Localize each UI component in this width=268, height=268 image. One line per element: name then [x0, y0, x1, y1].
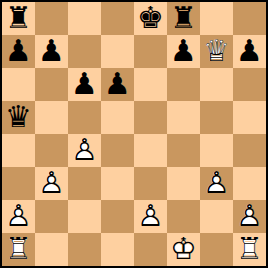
piece-white-queen[interactable]: ♛♕	[200, 35, 233, 68]
square-d5[interactable]	[101, 101, 134, 134]
square-a6[interactable]	[2, 68, 35, 101]
white-piece-outline: ♙	[68, 134, 101, 167]
square-e4[interactable]	[134, 134, 167, 167]
white-piece-outline: ♙	[200, 167, 233, 200]
square-g7[interactable]: ♛♕	[200, 35, 233, 68]
piece-black-king[interactable]: ♚	[134, 2, 167, 35]
square-f6[interactable]	[167, 68, 200, 101]
square-f4[interactable]	[167, 134, 200, 167]
square-c8[interactable]	[68, 2, 101, 35]
square-c4[interactable]: ♟♙	[68, 134, 101, 167]
square-e2[interactable]: ♟♙	[134, 200, 167, 233]
square-f5[interactable]	[167, 101, 200, 134]
square-h5[interactable]	[233, 101, 266, 134]
square-c6[interactable]: ♟	[68, 68, 101, 101]
square-d6[interactable]: ♟	[101, 68, 134, 101]
square-b5[interactable]	[35, 101, 68, 134]
white-piece-outline: ♙	[35, 167, 68, 200]
chess-board: ♜♚♜♟♟♟♛♕♟♟♟♛♟♙♟♙♟♙♟♙♟♙♟♙♜♖♚♔♜♖	[0, 0, 268, 268]
square-g1[interactable]	[200, 233, 233, 266]
square-d4[interactable]	[101, 134, 134, 167]
piece-white-rook[interactable]: ♜♖	[233, 233, 266, 266]
square-g2[interactable]	[200, 200, 233, 233]
square-h6[interactable]	[233, 68, 266, 101]
piece-black-rook[interactable]: ♜	[167, 2, 200, 35]
square-g3[interactable]: ♟♙	[200, 167, 233, 200]
square-e1[interactable]	[134, 233, 167, 266]
square-d1[interactable]	[101, 233, 134, 266]
square-a2[interactable]: ♟♙	[2, 200, 35, 233]
square-b7[interactable]: ♟	[35, 35, 68, 68]
square-b1[interactable]	[35, 233, 68, 266]
square-b8[interactable]	[35, 2, 68, 35]
white-piece-outline: ♕	[200, 35, 233, 68]
square-b6[interactable]	[35, 68, 68, 101]
square-a7[interactable]: ♟	[2, 35, 35, 68]
white-piece-outline: ♙	[233, 200, 266, 233]
square-d2[interactable]	[101, 200, 134, 233]
piece-white-pawn[interactable]: ♟♙	[35, 167, 68, 200]
white-piece-outline: ♖	[2, 233, 35, 266]
piece-black-pawn[interactable]: ♟	[167, 35, 200, 68]
square-c3[interactable]	[68, 167, 101, 200]
square-h7[interactable]: ♟	[233, 35, 266, 68]
square-g4[interactable]	[200, 134, 233, 167]
piece-white-pawn[interactable]: ♟♙	[233, 200, 266, 233]
piece-black-pawn[interactable]: ♟	[2, 35, 35, 68]
piece-white-rook[interactable]: ♜♖	[2, 233, 35, 266]
piece-black-pawn[interactable]: ♟	[101, 68, 134, 101]
square-c7[interactable]	[68, 35, 101, 68]
square-c2[interactable]	[68, 200, 101, 233]
square-g5[interactable]	[200, 101, 233, 134]
white-piece-outline: ♔	[167, 233, 200, 266]
square-h2[interactable]: ♟♙	[233, 200, 266, 233]
square-f1[interactable]: ♚♔	[167, 233, 200, 266]
square-g8[interactable]	[200, 2, 233, 35]
piece-white-pawn[interactable]: ♟♙	[68, 134, 101, 167]
square-g6[interactable]	[200, 68, 233, 101]
square-a5[interactable]: ♛	[2, 101, 35, 134]
square-f3[interactable]	[167, 167, 200, 200]
piece-black-pawn[interactable]: ♟	[233, 35, 266, 68]
square-d7[interactable]	[101, 35, 134, 68]
square-b4[interactable]	[35, 134, 68, 167]
piece-black-queen[interactable]: ♛	[2, 101, 35, 134]
square-d8[interactable]	[101, 2, 134, 35]
square-c1[interactable]	[68, 233, 101, 266]
square-h1[interactable]: ♜♖	[233, 233, 266, 266]
piece-white-pawn[interactable]: ♟♙	[200, 167, 233, 200]
square-e5[interactable]	[134, 101, 167, 134]
square-e8[interactable]: ♚	[134, 2, 167, 35]
square-h3[interactable]	[233, 167, 266, 200]
square-b2[interactable]	[35, 200, 68, 233]
square-e6[interactable]	[134, 68, 167, 101]
square-a8[interactable]: ♜	[2, 2, 35, 35]
piece-white-pawn[interactable]: ♟♙	[2, 200, 35, 233]
square-e3[interactable]	[134, 167, 167, 200]
square-d3[interactable]	[101, 167, 134, 200]
square-e7[interactable]	[134, 35, 167, 68]
square-f7[interactable]: ♟	[167, 35, 200, 68]
piece-black-pawn[interactable]: ♟	[68, 68, 101, 101]
white-piece-outline: ♖	[233, 233, 266, 266]
piece-white-king[interactable]: ♚♔	[167, 233, 200, 266]
square-h4[interactable]	[233, 134, 266, 167]
piece-black-pawn[interactable]: ♟	[35, 35, 68, 68]
square-b3[interactable]: ♟♙	[35, 167, 68, 200]
square-f2[interactable]	[167, 200, 200, 233]
square-h8[interactable]	[233, 2, 266, 35]
square-a4[interactable]	[2, 134, 35, 167]
white-piece-outline: ♙	[2, 200, 35, 233]
piece-black-rook[interactable]: ♜	[2, 2, 35, 35]
square-a1[interactable]: ♜♖	[2, 233, 35, 266]
square-f8[interactable]: ♜	[167, 2, 200, 35]
piece-white-pawn[interactable]: ♟♙	[134, 200, 167, 233]
square-c5[interactable]	[68, 101, 101, 134]
white-piece-outline: ♙	[134, 200, 167, 233]
square-a3[interactable]	[2, 167, 35, 200]
